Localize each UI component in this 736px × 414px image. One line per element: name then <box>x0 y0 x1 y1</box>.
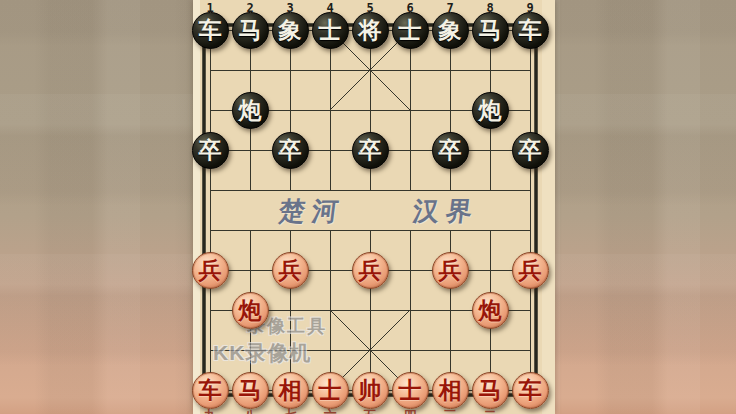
piece-red-soldier-f9r7[interactable]: 兵 <box>512 252 549 289</box>
piece-black-soldier-f3r4[interactable]: 卒 <box>272 132 309 169</box>
piece-red-elephant-f3r10[interactable]: 相 <box>272 372 309 409</box>
piece-red-advisor-f6r10[interactable]: 士 <box>392 372 429 409</box>
xiangqi-board[interactable]: 123456789 楚河 汉界 录像工具 KK录像机 车马象士将士象马车炮炮卒卒… <box>193 0 555 414</box>
piece-black-chariot-f1r1[interactable]: 车 <box>192 12 229 49</box>
bottom-column-label-8: 二 <box>479 407 501 414</box>
piece-black-cannon-f8r3[interactable]: 炮 <box>472 92 509 129</box>
piece-black-chariot-f9r1[interactable]: 车 <box>512 12 549 49</box>
piece-black-soldier-f1r4[interactable]: 卒 <box>192 132 229 169</box>
piece-red-soldier-f1r7[interactable]: 兵 <box>192 252 229 289</box>
bottom-column-label-2: 八 <box>239 407 261 414</box>
pieces-layer: 车马象士将士象马车炮炮卒卒卒卒卒兵兵兵兵兵炮炮车马相士帅士相马车 <box>193 0 555 414</box>
bottom-column-label-3: 七 <box>279 407 301 414</box>
piece-red-soldier-f5r7[interactable]: 兵 <box>352 252 389 289</box>
bottom-column-label-6: 四 <box>399 407 421 414</box>
bottom-column-label-5: 五 <box>359 407 381 414</box>
piece-black-horse-f8r1[interactable]: 马 <box>472 12 509 49</box>
piece-red-horse-f8r10[interactable]: 马 <box>472 372 509 409</box>
piece-red-cannon-f2r8[interactable]: 炮 <box>232 292 269 329</box>
piece-red-chariot-f9r10[interactable]: 车 <box>512 372 549 409</box>
piece-red-general-f5r10[interactable]: 帅 <box>352 372 389 409</box>
piece-red-advisor-f4r10[interactable]: 士 <box>312 372 349 409</box>
piece-red-chariot-f1r10[interactable]: 车 <box>192 372 229 409</box>
piece-black-advisor-f6r1[interactable]: 士 <box>392 12 429 49</box>
piece-black-soldier-f7r4[interactable]: 卒 <box>432 132 469 169</box>
piece-black-elephant-f7r1[interactable]: 象 <box>432 12 469 49</box>
piece-red-cannon-f8r8[interactable]: 炮 <box>472 292 509 329</box>
piece-black-elephant-f3r1[interactable]: 象 <box>272 12 309 49</box>
bottom-column-label-9: 一 <box>519 407 541 414</box>
bottom-column-label-1: 九 <box>199 407 221 414</box>
piece-black-cannon-f2r3[interactable]: 炮 <box>232 92 269 129</box>
piece-black-advisor-f4r1[interactable]: 士 <box>312 12 349 49</box>
bottom-labels-clipped: 九八七六五四三二一 <box>193 407 555 414</box>
piece-red-elephant-f7r10[interactable]: 相 <box>432 372 469 409</box>
piece-black-soldier-f5r4[interactable]: 卒 <box>352 132 389 169</box>
piece-red-horse-f2r10[interactable]: 马 <box>232 372 269 409</box>
bottom-column-label-4: 六 <box>319 407 341 414</box>
piece-red-soldier-f7r7[interactable]: 兵 <box>432 252 469 289</box>
piece-red-soldier-f3r7[interactable]: 兵 <box>272 252 309 289</box>
piece-black-horse-f2r1[interactable]: 马 <box>232 12 269 49</box>
piece-black-general-f5r1[interactable]: 将 <box>352 12 389 49</box>
piece-black-soldier-f9r4[interactable]: 卒 <box>512 132 549 169</box>
bottom-column-label-7: 三 <box>439 407 461 414</box>
